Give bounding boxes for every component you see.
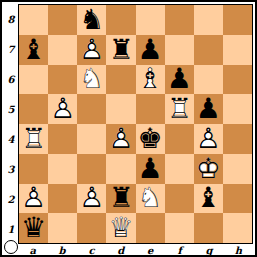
white-bishop-fill: ♝	[136, 65, 165, 95]
black-bishop[interactable]: ♝	[19, 35, 48, 65]
file-label-d: d	[106, 244, 135, 256]
white-pawn[interactable]: ♙	[48, 94, 77, 124]
square-c2[interactable]: ♟♙	[77, 184, 106, 214]
black-rook[interactable]: ♜	[106, 35, 135, 65]
square-d1[interactable]: ♛♕	[106, 213, 135, 243]
white-pawn[interactable]: ♙	[194, 124, 223, 154]
white-rook[interactable]: ♖	[19, 124, 48, 154]
square-a5[interactable]	[19, 94, 48, 124]
square-h2[interactable]	[223, 184, 252, 214]
file-label-b: b	[47, 244, 76, 256]
rank-label-3: 3	[4, 154, 18, 184]
white-queen-fill: ♛	[106, 213, 135, 243]
white-pawn[interactable]: ♙	[19, 184, 48, 214]
square-d3[interactable]	[106, 154, 135, 184]
white-knight-fill: ♞	[136, 184, 165, 214]
file-label-e: e	[136, 244, 165, 256]
square-a1[interactable]: ♛	[19, 213, 48, 243]
rank-label-4: 4	[4, 124, 18, 154]
square-h5[interactable]	[223, 94, 252, 124]
white-rook[interactable]: ♖	[165, 94, 194, 124]
black-pawn[interactable]: ♟	[136, 35, 165, 65]
square-d2[interactable]: ♜	[106, 184, 135, 214]
square-h4[interactable]	[223, 124, 252, 154]
square-d8[interactable]	[106, 5, 135, 35]
square-b5[interactable]: ♟♙	[48, 94, 77, 124]
square-b6[interactable]	[48, 65, 77, 95]
rank-label-6: 6	[4, 64, 18, 94]
square-b3[interactable]	[48, 154, 77, 184]
file-label-f: f	[165, 244, 194, 256]
square-f8[interactable]	[165, 5, 194, 35]
square-f4[interactable]	[165, 124, 194, 154]
square-e1[interactable]	[136, 213, 165, 243]
white-pawn[interactable]: ♙	[77, 184, 106, 214]
white-rook-fill: ♜	[19, 124, 48, 154]
square-h8[interactable]	[223, 5, 252, 35]
square-c1[interactable]	[77, 213, 106, 243]
square-b4[interactable]	[48, 124, 77, 154]
square-b1[interactable]	[48, 213, 77, 243]
file-label-c: c	[77, 244, 106, 256]
square-f3[interactable]	[165, 154, 194, 184]
square-a6[interactable]	[19, 65, 48, 95]
black-rook[interactable]: ♜	[106, 184, 135, 214]
square-f7[interactable]	[165, 35, 194, 65]
rank-labels: 8 7 6 5 4 3 2 1	[4, 4, 18, 244]
square-b7[interactable]	[48, 35, 77, 65]
white-king[interactable]: ♔	[194, 154, 223, 184]
white-knight[interactable]: ♘	[136, 184, 165, 214]
square-b8[interactable]	[48, 5, 77, 35]
black-pawn[interactable]: ♟	[136, 154, 165, 184]
square-e3[interactable]: ♟	[136, 154, 165, 184]
file-labels: a b c d e f g h	[18, 244, 253, 256]
square-d6[interactable]	[106, 65, 135, 95]
chess-diagram: 8 7 6 5 4 3 2 1 ♞♝♟♙♜♟♞♘♝♗♟♟♙♜♖♟♜♖♟♙♚♟♙♟…	[0, 0, 257, 257]
white-king-fill: ♚	[194, 154, 223, 184]
square-a4[interactable]: ♜♖	[19, 124, 48, 154]
file-label-a: a	[18, 244, 47, 256]
rank-label-8: 8	[4, 4, 18, 34]
square-c4[interactable]	[77, 124, 106, 154]
black-queen[interactable]: ♛	[19, 213, 48, 243]
square-a7[interactable]: ♝	[19, 35, 48, 65]
square-c7[interactable]: ♟♙	[77, 35, 106, 65]
white-knight-fill: ♞	[77, 65, 106, 95]
white-to-move-indicator	[4, 240, 18, 254]
square-h1[interactable]	[223, 213, 252, 243]
white-knight[interactable]: ♘	[77, 65, 106, 95]
rank-label-2: 2	[4, 184, 18, 214]
square-g6[interactable]	[194, 65, 223, 95]
square-h3[interactable]	[223, 154, 252, 184]
square-a8[interactable]	[19, 5, 48, 35]
square-e8[interactable]	[136, 5, 165, 35]
white-pawn-fill: ♟	[194, 124, 223, 154]
white-bishop[interactable]: ♗	[136, 65, 165, 95]
black-king[interactable]: ♚	[136, 124, 165, 154]
square-c6[interactable]: ♞♘	[77, 65, 106, 95]
square-h7[interactable]	[223, 35, 252, 65]
square-e4[interactable]: ♚	[136, 124, 165, 154]
square-g1[interactable]	[194, 213, 223, 243]
white-queen[interactable]: ♕	[106, 213, 135, 243]
square-e7[interactable]: ♟	[136, 35, 165, 65]
square-e2[interactable]: ♞♘	[136, 184, 165, 214]
square-f1[interactable]	[165, 213, 194, 243]
white-pawn-fill: ♟	[48, 94, 77, 124]
black-pawn[interactable]: ♟	[194, 94, 223, 124]
white-pawn-fill: ♟	[77, 35, 106, 65]
square-b2[interactable]	[48, 184, 77, 214]
white-pawn[interactable]: ♙	[106, 124, 135, 154]
square-g7[interactable]	[194, 35, 223, 65]
square-c5[interactable]	[77, 94, 106, 124]
rank-label-7: 7	[4, 34, 18, 64]
white-pawn[interactable]: ♙	[77, 35, 106, 65]
square-g3[interactable]: ♚♔	[194, 154, 223, 184]
black-pawn[interactable]: ♟	[165, 65, 194, 95]
square-c3[interactable]	[77, 154, 106, 184]
square-c8[interactable]: ♞	[77, 5, 106, 35]
square-d7[interactable]: ♜	[106, 35, 135, 65]
square-f2[interactable]	[165, 184, 194, 214]
white-rook-fill: ♜	[165, 94, 194, 124]
square-d5[interactable]	[106, 94, 135, 124]
square-g4[interactable]: ♟♙	[194, 124, 223, 154]
square-g8[interactable]	[194, 5, 223, 35]
square-f5[interactable]: ♜♖	[165, 94, 194, 124]
square-f6[interactable]: ♟	[165, 65, 194, 95]
square-g5[interactable]: ♟	[194, 94, 223, 124]
square-h6[interactable]	[223, 65, 252, 95]
file-label-g: g	[194, 244, 223, 256]
square-d4[interactable]: ♟♙	[106, 124, 135, 154]
chess-board[interactable]: ♞♝♟♙♜♟♞♘♝♗♟♟♙♜♖♟♜♖♟♙♚♟♙♟♚♔♟♙♟♙♜♞♘♝♛♛♕	[18, 4, 253, 244]
black-bishop[interactable]: ♝	[194, 184, 223, 214]
white-pawn-fill: ♟	[106, 124, 135, 154]
square-a2[interactable]: ♟♙	[19, 184, 48, 214]
rank-label-5: 5	[4, 94, 18, 124]
white-pawn-fill: ♟	[19, 184, 48, 214]
square-a3[interactable]	[19, 154, 48, 184]
file-label-h: h	[224, 244, 253, 256]
white-pawn-fill: ♟	[77, 184, 106, 214]
square-e5[interactable]	[136, 94, 165, 124]
square-e6[interactable]: ♝♗	[136, 65, 165, 95]
black-knight[interactable]: ♞	[77, 5, 106, 35]
square-g2[interactable]: ♝	[194, 184, 223, 214]
